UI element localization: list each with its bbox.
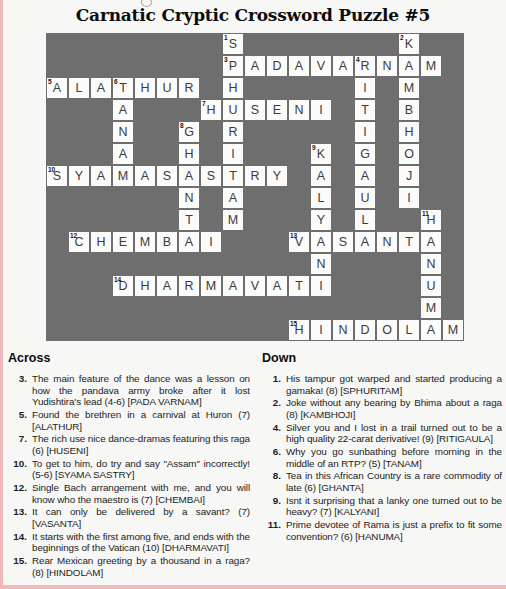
grid-cell[interactable]: J bbox=[399, 166, 419, 186]
grid-cell[interactable]: A bbox=[113, 100, 133, 120]
clue-item: 1.His tampur got warped and started prod… bbox=[262, 373, 502, 396]
cell-letter: M bbox=[421, 56, 441, 77]
cell-letter: A bbox=[113, 144, 133, 165]
grid-cell-empty bbox=[69, 100, 89, 120]
grid-cell[interactable]: H bbox=[135, 78, 155, 98]
grid-cell-empty bbox=[333, 276, 353, 296]
clue-item-text: Tea in this African Country is a rare co… bbox=[286, 470, 502, 493]
grid-cell-empty bbox=[245, 34, 265, 54]
grid-cell-empty bbox=[47, 100, 67, 120]
clue-item: 9.Isnt it surprising that a lanky one tu… bbox=[262, 495, 502, 518]
cell-letter: E bbox=[267, 100, 287, 121]
grid-cell-empty bbox=[421, 34, 441, 54]
grid-cell[interactable]: A bbox=[289, 56, 309, 76]
grid-cell-empty bbox=[333, 144, 353, 164]
clue-item-number: 5. bbox=[8, 409, 27, 432]
clue-item-number: 10. bbox=[8, 458, 27, 481]
grid-cell-empty bbox=[443, 276, 463, 296]
clue-item-number: 15. bbox=[8, 555, 27, 578]
grid-cell-empty bbox=[443, 144, 463, 164]
cell-letter: A bbox=[157, 276, 177, 297]
clue-item-number: 14. bbox=[8, 531, 27, 554]
grid-cell-empty bbox=[47, 276, 67, 296]
grid-cell[interactable]: Y bbox=[311, 210, 331, 230]
grid-cell[interactable]: T bbox=[399, 232, 419, 252]
grid-cell-empty bbox=[135, 320, 155, 340]
grid-cell-empty bbox=[179, 34, 199, 54]
grid-cell-empty bbox=[421, 144, 441, 164]
cell-letter: U bbox=[421, 276, 441, 297]
grid-cell[interactable]: 13V bbox=[289, 232, 309, 252]
grid-cell[interactable]: N bbox=[377, 232, 397, 252]
grid-cell[interactable]: N bbox=[377, 56, 397, 76]
grid-cell[interactable]: I bbox=[223, 144, 243, 164]
cell-letter: H bbox=[399, 122, 419, 143]
grid-cell[interactable]: I bbox=[355, 122, 375, 142]
grid-cell[interactable]: T bbox=[223, 166, 243, 186]
grid-cell[interactable]: 9K bbox=[311, 144, 331, 164]
cell-letter: N bbox=[377, 56, 397, 77]
grid-cell-empty bbox=[113, 298, 133, 318]
grid-cell-empty bbox=[47, 210, 67, 230]
grid-cell-empty bbox=[355, 254, 375, 274]
grid-cell-empty bbox=[179, 298, 199, 318]
grid-cell-empty bbox=[47, 122, 67, 142]
grid-cell[interactable]: A bbox=[333, 56, 353, 76]
grid-cell[interactable]: M bbox=[399, 78, 419, 98]
grid-cell-empty bbox=[267, 210, 287, 230]
grid-cell[interactable]: U bbox=[421, 276, 441, 296]
grid-cell-empty bbox=[69, 298, 89, 318]
cell-letter: H bbox=[91, 232, 111, 253]
grid-cell[interactable]: N bbox=[421, 254, 441, 274]
cell-letter: S bbox=[333, 232, 353, 253]
grid-cell[interactable]: A bbox=[267, 276, 287, 296]
cell-letter: A bbox=[179, 166, 199, 187]
grid-cell[interactable]: R bbox=[179, 78, 199, 98]
grid-cell[interactable]: H bbox=[223, 78, 243, 98]
grid-cell[interactable]: A bbox=[91, 78, 111, 98]
grid-cell-empty bbox=[245, 254, 265, 274]
cell-clue-number: 2 bbox=[400, 34, 404, 41]
grid-cell[interactable]: L bbox=[355, 210, 375, 230]
cell-letter: B bbox=[399, 100, 419, 121]
grid-cell-empty bbox=[47, 298, 67, 318]
grid-cell[interactable]: I bbox=[355, 78, 375, 98]
grid-cell[interactable]: A bbox=[179, 232, 199, 252]
grid-cell[interactable]: A bbox=[421, 320, 441, 340]
grid-cell[interactable]: H bbox=[91, 232, 111, 252]
grid-cell[interactable]: I bbox=[201, 232, 221, 252]
grid-cell-empty bbox=[443, 34, 463, 54]
grid-cell-empty bbox=[47, 320, 67, 340]
down-clues-column: Down 1.His tampur got warped and started… bbox=[262, 351, 502, 579]
grid-cell-empty bbox=[113, 188, 133, 208]
clue-item-number: 9. bbox=[262, 495, 281, 518]
grid-cell[interactable]: A bbox=[245, 56, 265, 76]
across-header: Across bbox=[8, 351, 250, 365]
grid-cell[interactable]: 1S bbox=[223, 34, 243, 54]
grid-cell-empty bbox=[377, 122, 397, 142]
grid-cell-empty bbox=[289, 210, 309, 230]
cell-clue-number: 8 bbox=[180, 122, 184, 129]
grid-cell-empty bbox=[267, 144, 287, 164]
grid-cell[interactable]: 8G bbox=[179, 122, 199, 142]
grid-cell-empty bbox=[201, 144, 221, 164]
grid-cell[interactable]: I bbox=[311, 276, 331, 296]
cell-letter: N bbox=[311, 254, 331, 275]
grid-cell[interactable]: H bbox=[179, 144, 199, 164]
cell-letter: A bbox=[421, 232, 441, 253]
grid-cell-empty bbox=[47, 144, 67, 164]
cell-letter: H bbox=[223, 78, 243, 99]
grid-cell-empty bbox=[333, 122, 353, 142]
grid-cell-empty bbox=[377, 78, 397, 98]
cell-clue-number: 4 bbox=[356, 56, 360, 63]
grid-cell[interactable]: A bbox=[421, 232, 441, 252]
cell-letter: I bbox=[311, 100, 331, 121]
clue-item: 12.Single Bach arrangement with me, and … bbox=[8, 482, 250, 505]
grid-cell[interactable]: T bbox=[355, 100, 375, 120]
cell-letter: A bbox=[311, 232, 331, 253]
cell-letter: I bbox=[201, 232, 221, 253]
cell-letter: B bbox=[157, 232, 177, 253]
grid-cell-empty bbox=[443, 188, 463, 208]
grid-cell[interactable]: 5A bbox=[47, 78, 67, 98]
grid-cell[interactable]: A bbox=[311, 232, 331, 252]
cell-letter: V bbox=[311, 56, 331, 77]
clue-item: 8.Tea in this African Country is a rare … bbox=[262, 470, 502, 493]
grid-cell-empty bbox=[267, 122, 287, 142]
cell-letter: Y bbox=[69, 166, 89, 187]
grid-cell[interactable]: 11H bbox=[421, 210, 441, 230]
cell-letter: I bbox=[311, 320, 331, 341]
grid-cell-empty bbox=[157, 320, 177, 340]
grid-cell[interactable]: A bbox=[223, 188, 243, 208]
cell-letter: U bbox=[157, 78, 177, 99]
grid-cell[interactable]: M bbox=[443, 320, 463, 340]
cell-letter: L bbox=[69, 78, 89, 99]
grid-cell-empty bbox=[223, 232, 243, 252]
grid-cell-empty bbox=[333, 210, 353, 230]
grid-cell-empty bbox=[399, 210, 419, 230]
grid-cell[interactable]: U bbox=[355, 188, 375, 208]
grid-cell[interactable]: I bbox=[311, 100, 331, 120]
grid-cell-empty bbox=[201, 320, 221, 340]
grid-cell[interactable]: H bbox=[399, 122, 419, 142]
grid-cell-empty bbox=[69, 210, 89, 230]
grid-cell-empty bbox=[47, 232, 67, 252]
grid-cell-empty bbox=[377, 210, 397, 230]
clue-item-number: 12. bbox=[8, 482, 27, 505]
grid-cell-empty bbox=[289, 166, 309, 186]
cell-clue-number: 7 bbox=[202, 100, 206, 107]
cell-clue-number: 1 bbox=[224, 34, 228, 41]
grid-cell[interactable]: N bbox=[289, 100, 309, 120]
grid-cell-empty bbox=[179, 56, 199, 76]
grid-cell-empty bbox=[245, 320, 265, 340]
grid-cell-empty bbox=[179, 320, 199, 340]
grid-cell-empty bbox=[267, 78, 287, 98]
cell-letter: Y bbox=[267, 166, 287, 187]
grid-cell[interactable]: 6T bbox=[113, 78, 133, 98]
grid-cell-empty bbox=[333, 34, 353, 54]
grid-cell[interactable]: L bbox=[69, 78, 89, 98]
grid-cell-empty bbox=[91, 56, 111, 76]
clue-item-number: 2. bbox=[262, 397, 281, 420]
clue-item: 11.Prime devotee of Rama is just a prefi… bbox=[262, 519, 502, 542]
cell-letter: E bbox=[113, 232, 133, 253]
grid-cell[interactable]: A bbox=[223, 276, 243, 296]
grid-cell-empty bbox=[333, 78, 353, 98]
grid-cell[interactable]: N bbox=[333, 320, 353, 340]
grid-cell[interactable]: 15H bbox=[289, 320, 309, 340]
grid-cell-empty bbox=[377, 276, 397, 296]
grid-cell[interactable]: U bbox=[157, 78, 177, 98]
grid-cell-empty bbox=[223, 298, 243, 318]
grid-cell[interactable]: T bbox=[179, 210, 199, 230]
grid-cell-empty bbox=[135, 188, 155, 208]
grid-cell-empty bbox=[201, 56, 221, 76]
grid-cell-empty bbox=[69, 188, 89, 208]
grid-cell[interactable]: B bbox=[399, 100, 419, 120]
grid-cell-empty bbox=[443, 166, 463, 186]
grid-cell[interactable]: R bbox=[223, 122, 243, 142]
grid-cell[interactable]: M bbox=[113, 166, 133, 186]
grid-cell-empty bbox=[69, 276, 89, 296]
bottom-edge-strip bbox=[0, 585, 506, 589]
grid-cell-empty bbox=[311, 78, 331, 98]
cell-clue-number: 11 bbox=[422, 210, 429, 217]
grid-cell[interactable]: S bbox=[245, 100, 265, 120]
grid-cell-empty bbox=[135, 210, 155, 230]
cell-letter: M bbox=[421, 298, 441, 319]
grid-cell-empty bbox=[311, 122, 331, 142]
cell-letter: A bbox=[245, 56, 265, 77]
grid-cell-empty bbox=[201, 34, 221, 54]
grid-cell[interactable]: E bbox=[267, 100, 287, 120]
grid-cell-empty bbox=[377, 100, 397, 120]
grid-cell[interactable]: B bbox=[157, 232, 177, 252]
grid-cell[interactable]: 4R bbox=[355, 56, 375, 76]
grid-cell[interactable]: S bbox=[201, 166, 221, 186]
grid-cell-empty bbox=[267, 320, 287, 340]
grid-cell[interactable]: Y bbox=[69, 166, 89, 186]
grid-cell[interactable]: M bbox=[421, 298, 441, 318]
cell-letter: A bbox=[223, 188, 243, 209]
clue-item-text: It can only be delivered by a savant? (7… bbox=[32, 506, 250, 529]
grid-cell[interactable]: H bbox=[135, 276, 155, 296]
grid-cell[interactable]: D bbox=[267, 56, 287, 76]
clue-item-text: Joke without any bearing by Bhima about … bbox=[286, 397, 502, 420]
grid-cell-empty bbox=[443, 100, 463, 120]
grid-cell-empty bbox=[245, 232, 265, 252]
grid-cell-empty bbox=[289, 144, 309, 164]
grid-cell-empty bbox=[399, 298, 419, 318]
grid-cell[interactable]: A bbox=[113, 144, 133, 164]
cell-letter: M bbox=[113, 166, 133, 187]
grid-cell-empty bbox=[421, 100, 441, 120]
grid-cell[interactable]: A bbox=[179, 166, 199, 186]
grid-cell-empty bbox=[91, 144, 111, 164]
cell-letter: T bbox=[179, 210, 199, 231]
grid-cell[interactable]: S bbox=[157, 166, 177, 186]
cell-letter: L bbox=[399, 320, 419, 341]
grid-cell[interactable]: R bbox=[245, 166, 265, 186]
cell-letter: A bbox=[113, 100, 133, 121]
clue-item: 7.The rich use nice dance-dramas featuri… bbox=[8, 433, 250, 456]
grid-cell[interactable]: A bbox=[355, 166, 375, 186]
grid-cell-empty bbox=[69, 34, 89, 54]
grid-cell-empty bbox=[333, 254, 353, 274]
clue-item: 14.It starts with the first among five, … bbox=[8, 531, 250, 554]
cell-letter: D bbox=[355, 320, 375, 341]
grid-cell[interactable]: O bbox=[377, 320, 397, 340]
cell-letter: L bbox=[355, 210, 375, 231]
grid-cell[interactable]: M bbox=[135, 232, 155, 252]
clue-item: 3.The main feature of the dance was a le… bbox=[8, 373, 250, 408]
grid-cell[interactable]: V bbox=[245, 276, 265, 296]
grid-cell-empty bbox=[223, 320, 243, 340]
clue-item-text: To get to him, do try and say "Assam" in… bbox=[32, 458, 250, 481]
grid-cell[interactable]: I bbox=[311, 320, 331, 340]
grid-cell[interactable]: N bbox=[113, 122, 133, 142]
cell-letter: A bbox=[333, 56, 353, 77]
grid-cell-empty bbox=[377, 144, 397, 164]
grid-cell[interactable]: 2K bbox=[399, 34, 419, 54]
grid-cell-empty bbox=[179, 254, 199, 274]
grid-cell-empty bbox=[245, 210, 265, 230]
grid-cell-empty bbox=[377, 34, 397, 54]
cell-letter: I bbox=[355, 122, 375, 143]
cell-letter: N bbox=[333, 320, 353, 341]
grid-cell[interactable]: A bbox=[91, 166, 111, 186]
cell-clue-number: 5 bbox=[48, 78, 52, 85]
clue-item-text: Found the brethren in a carnival at Huro… bbox=[32, 409, 250, 432]
cell-letter: T bbox=[289, 276, 309, 297]
cell-letter: T bbox=[399, 232, 419, 253]
grid-cell[interactable]: N bbox=[311, 254, 331, 274]
cell-letter: R bbox=[179, 78, 199, 99]
cell-letter: M bbox=[223, 210, 243, 231]
grid-cell[interactable]: T bbox=[289, 276, 309, 296]
grid-cell[interactable]: A bbox=[355, 232, 375, 252]
grid-cell[interactable]: M bbox=[201, 276, 221, 296]
clue-item-number: 6. bbox=[262, 446, 281, 469]
across-clue-list: 3.The main feature of the dance was a le… bbox=[8, 373, 250, 578]
grid-cell[interactable]: V bbox=[311, 56, 331, 76]
grid-cell-empty bbox=[399, 254, 419, 274]
grid-cell-empty bbox=[135, 122, 155, 142]
grid-cell[interactable]: A bbox=[399, 56, 419, 76]
cell-letter: U bbox=[223, 100, 243, 121]
cell-letter: I bbox=[399, 188, 419, 209]
grid-cell-empty bbox=[69, 254, 89, 274]
grid-cell[interactable]: N bbox=[179, 188, 199, 208]
grid-cell[interactable]: Y bbox=[267, 166, 287, 186]
clue-item-text: It starts with the first among five, and… bbox=[32, 531, 250, 554]
cell-letter: A bbox=[289, 56, 309, 77]
cell-letter: S bbox=[201, 166, 221, 187]
grid-cell[interactable]: O bbox=[399, 144, 419, 164]
cell-letter: M bbox=[399, 78, 419, 99]
cell-letter: M bbox=[135, 232, 155, 253]
grid-cell-empty bbox=[157, 254, 177, 274]
cell-letter: I bbox=[223, 144, 243, 165]
grid-cell[interactable]: R bbox=[179, 276, 199, 296]
cell-letter: A bbox=[267, 276, 287, 297]
grid-cell-empty bbox=[399, 276, 419, 296]
grid-cell-empty bbox=[135, 100, 155, 120]
grid-cell[interactable]: 7H bbox=[201, 100, 221, 120]
grid-cell[interactable]: A bbox=[311, 166, 331, 186]
grid-cell-empty bbox=[289, 122, 309, 142]
cell-letter: T bbox=[223, 166, 243, 187]
grid-cell[interactable]: 10S bbox=[47, 166, 67, 186]
cell-letter: N bbox=[289, 100, 309, 121]
grid-cell[interactable]: U bbox=[223, 100, 243, 120]
grid-cell-empty bbox=[47, 34, 67, 54]
grid-cell[interactable]: A bbox=[135, 166, 155, 186]
grid-cell-empty bbox=[267, 254, 287, 274]
grid-cell-empty bbox=[421, 122, 441, 142]
grid-cell[interactable]: G bbox=[355, 144, 375, 164]
grid-cell[interactable]: M bbox=[421, 56, 441, 76]
clue-item: 13.It can only be delivered by a savant?… bbox=[8, 506, 250, 529]
grid-cell-empty bbox=[355, 276, 375, 296]
cell-letter: A bbox=[135, 166, 155, 187]
grid-cell-empty bbox=[201, 188, 221, 208]
grid-cell-empty bbox=[443, 254, 463, 274]
grid-cell-empty bbox=[355, 34, 375, 54]
grid-cell-empty bbox=[201, 210, 221, 230]
grid-cell-empty bbox=[421, 188, 441, 208]
grid-cell[interactable]: E bbox=[113, 232, 133, 252]
grid-cell[interactable]: L bbox=[311, 188, 331, 208]
grid-cell[interactable]: L bbox=[399, 320, 419, 340]
clue-item-text: Why you go sunbathing before morning in … bbox=[286, 446, 502, 469]
cell-clue-number: 12 bbox=[70, 232, 77, 239]
grid-cell[interactable]: M bbox=[223, 210, 243, 230]
grid-cell[interactable]: 14D bbox=[113, 276, 133, 296]
grid-cell[interactable]: I bbox=[399, 188, 419, 208]
grid-cell-empty bbox=[113, 34, 133, 54]
grid-cell-empty bbox=[91, 276, 111, 296]
cell-letter: H bbox=[179, 144, 199, 165]
grid-cell-empty bbox=[135, 56, 155, 76]
grid-cell-empty bbox=[245, 122, 265, 142]
grid-cell-empty bbox=[47, 254, 67, 274]
grid-cell-empty bbox=[443, 78, 463, 98]
clue-item: 2.Joke without any bearing by Bhima abou… bbox=[262, 397, 502, 420]
grid-cell[interactable]: A bbox=[157, 276, 177, 296]
cell-clue-number: 14 bbox=[114, 276, 121, 283]
grid-cell[interactable]: S bbox=[333, 232, 353, 252]
grid-cell[interactable]: D bbox=[355, 320, 375, 340]
cell-letter: I bbox=[355, 78, 375, 99]
down-clue-list: 1.His tampur got warped and started prod… bbox=[262, 373, 502, 542]
grid-cell-empty bbox=[377, 188, 397, 208]
cell-clue-number: 6 bbox=[114, 78, 118, 85]
grid-cell-empty bbox=[289, 254, 309, 274]
grid-cell[interactable]: 3P bbox=[223, 56, 243, 76]
grid-cell-empty bbox=[113, 254, 133, 274]
grid-cell-empty bbox=[443, 232, 463, 252]
cell-letter: A bbox=[91, 78, 111, 99]
grid-cell[interactable]: 12C bbox=[69, 232, 89, 252]
cell-letter: A bbox=[355, 232, 375, 253]
clue-item-text: Prime devotee of Rama is just a prefix t… bbox=[286, 519, 502, 542]
